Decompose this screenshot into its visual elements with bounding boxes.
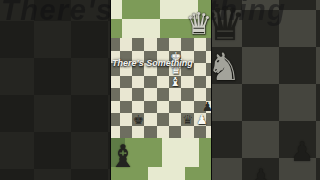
board-square [144, 88, 157, 101]
board-square [132, 126, 145, 139]
board-square [157, 76, 170, 89]
background-square [162, 138, 199, 167]
background-square [199, 138, 211, 167]
board-square [120, 88, 133, 101]
left-dim-overlay [0, 0, 111, 180]
board-square [181, 76, 194, 89]
background-square [148, 167, 185, 180]
board-square [181, 126, 194, 139]
board-square [169, 126, 182, 139]
piece-bg-white-queen-top: ♛ [186, 9, 211, 38]
board-square [169, 88, 182, 101]
board-square [169, 113, 182, 126]
board-square [120, 38, 133, 51]
board-square [157, 101, 170, 114]
board-square [144, 126, 157, 139]
piece-black-queen[interactable]: ♛ [182, 114, 193, 127]
background-square [185, 167, 211, 180]
board-square [206, 76, 211, 89]
piece-white-pawn[interactable]: ♟ [196, 114, 207, 127]
caption-text: There's Something [112, 58, 210, 68]
board-square [144, 76, 157, 89]
piece-white-bishop[interactable]: ♝ [170, 76, 181, 89]
short-video-frame: ♛♞♟♟ There's Something ♛ ♚♛♝♟♚♛♟ ♝ There… [0, 0, 320, 180]
right-dim-overlay [211, 0, 320, 180]
board-square [157, 38, 170, 51]
board-square [144, 38, 157, 51]
board-square [120, 113, 133, 126]
board-square [157, 88, 170, 101]
board-square [132, 88, 145, 101]
board-square [194, 76, 207, 89]
board-square [157, 113, 170, 126]
background-square [111, 0, 122, 19]
board-square [120, 101, 133, 114]
board-square [157, 126, 170, 139]
piece-black-king[interactable]: ♚ [133, 114, 144, 127]
board-square [132, 76, 145, 89]
background-square [122, 0, 160, 19]
background-board-bottom: ♝ [111, 138, 211, 180]
board-square [120, 126, 133, 139]
board-square [194, 38, 207, 51]
piece-bg-black-bishop-bottom: ♝ [111, 141, 137, 172]
background-board-top: ♛ [111, 0, 211, 38]
board-square [132, 38, 145, 51]
chess-board[interactable]: ♚♛♝♟♚♛♟ [111, 38, 211, 138]
background-square [122, 19, 160, 38]
board-square [169, 101, 182, 114]
board-square [144, 113, 157, 126]
board-square [206, 38, 211, 51]
background-square [111, 19, 122, 38]
video-strip: ♛ ♚♛♝♟♚♛♟ ♝ There's Something [110, 0, 212, 180]
board-square [181, 88, 194, 101]
board-square [206, 126, 211, 139]
board-square [120, 76, 133, 89]
board-square [144, 101, 157, 114]
board-square [181, 38, 194, 51]
board-square [194, 126, 207, 139]
